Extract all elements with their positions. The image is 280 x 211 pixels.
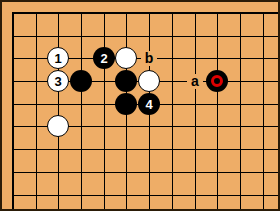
- black-stone-circled: [206, 70, 228, 92]
- board-edge-line-top: [12, 12, 280, 14]
- point-label-a: a: [187, 74, 203, 89]
- black-stone: [115, 93, 137, 115]
- grid-line-vertical: [263, 12, 264, 211]
- black-stone: [70, 70, 92, 92]
- black-stone-4: 4: [138, 93, 160, 115]
- grid-line-vertical: [195, 12, 196, 211]
- grid-line-vertical: [58, 12, 59, 211]
- point-label-b: b: [141, 51, 157, 66]
- black-stone: [115, 70, 137, 92]
- grid-line-horizontal: [12, 195, 280, 196]
- board-edge-line-left: [12, 12, 14, 211]
- grid-line-vertical: [104, 12, 105, 211]
- grid-line-horizontal: [12, 36, 280, 37]
- grid-line-vertical: [240, 12, 241, 211]
- white-stone-1: 1: [47, 47, 69, 69]
- grid-line-vertical: [217, 12, 218, 211]
- white-stone: [138, 70, 160, 92]
- grid-line-vertical: [36, 12, 37, 211]
- grid-line-horizontal: [12, 149, 280, 150]
- white-stone: [115, 47, 137, 69]
- black-stone-2: 2: [93, 47, 115, 69]
- grid-line-horizontal: [12, 172, 280, 173]
- go-diagram: 1234ba: [0, 0, 280, 211]
- white-stone-3: 3: [47, 70, 69, 92]
- grid-line-vertical: [172, 12, 173, 211]
- white-stone: [47, 115, 69, 137]
- grid-line-vertical: [81, 12, 82, 211]
- circle-marker-icon: [211, 75, 223, 87]
